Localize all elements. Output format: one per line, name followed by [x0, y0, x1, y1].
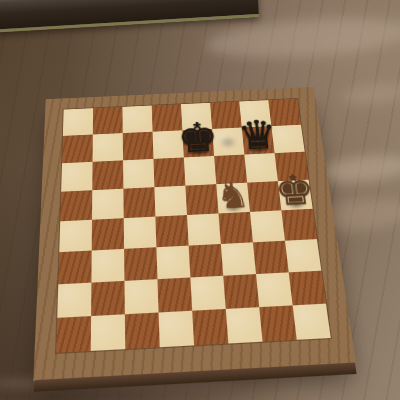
- square-d4[interactable]: [155, 215, 188, 247]
- square-a5[interactable]: [60, 190, 92, 221]
- square-a7[interactable]: [62, 134, 93, 163]
- square-h5[interactable]: ♚: [278, 180, 313, 211]
- square-b2[interactable]: [91, 281, 125, 316]
- square-f1[interactable]: [226, 307, 263, 343]
- square-c3[interactable]: [124, 247, 157, 281]
- square-c4[interactable]: [124, 217, 157, 249]
- square-e5[interactable]: [185, 184, 218, 215]
- square-c5[interactable]: [123, 187, 155, 218]
- square-f2[interactable]: [223, 274, 259, 309]
- square-e7[interactable]: ♚: [182, 129, 214, 158]
- square-e3[interactable]: [189, 244, 224, 277]
- square-h2[interactable]: [289, 271, 326, 306]
- board-grid: ♚♛♞♚: [56, 99, 331, 353]
- square-h3[interactable]: [285, 239, 321, 272]
- square-b6[interactable]: [92, 160, 123, 190]
- square-a1[interactable]: [56, 316, 91, 353]
- square-h1[interactable]: [293, 304, 331, 340]
- square-a3[interactable]: [58, 251, 91, 285]
- chess-board: ♚♛♞♚: [33, 87, 356, 381]
- square-c6[interactable]: [123, 159, 154, 189]
- square-b7[interactable]: [93, 133, 123, 162]
- square-d3[interactable]: [156, 246, 190, 280]
- square-a6[interactable]: [61, 162, 92, 192]
- square-f4[interactable]: [219, 212, 253, 244]
- square-a8[interactable]: [63, 108, 93, 136]
- square-b8[interactable]: [93, 107, 123, 135]
- square-b4[interactable]: [92, 218, 124, 250]
- square-c2[interactable]: [124, 279, 158, 314]
- square-g4[interactable]: [250, 210, 285, 242]
- square-b1[interactable]: [91, 314, 126, 351]
- square-c1[interactable]: [125, 312, 160, 349]
- square-g1[interactable]: [259, 305, 296, 341]
- board-border: ♚♛♞♚: [33, 87, 356, 381]
- square-f5[interactable]: ♞: [216, 183, 250, 214]
- square-e2[interactable]: [190, 276, 225, 311]
- square-b5[interactable]: [92, 189, 124, 220]
- square-a4[interactable]: [59, 220, 92, 252]
- square-g3[interactable]: [253, 241, 289, 274]
- square-d5[interactable]: [154, 186, 187, 217]
- square-e1[interactable]: [192, 309, 228, 345]
- square-b3[interactable]: [91, 249, 124, 283]
- square-g7[interactable]: ♛: [242, 126, 275, 154]
- black-king[interactable]: ♚: [177, 116, 220, 158]
- white-king[interactable]: ♚: [273, 169, 317, 212]
- square-d1[interactable]: [159, 311, 195, 348]
- square-a2[interactable]: [57, 283, 91, 318]
- square-e4[interactable]: [187, 213, 221, 245]
- square-g2[interactable]: [256, 272, 293, 307]
- white-knight[interactable]: ♞: [215, 177, 251, 213]
- square-c8[interactable]: [122, 106, 152, 134]
- black-queen[interactable]: ♛: [236, 114, 279, 155]
- square-c7[interactable]: [123, 132, 154, 161]
- square-f3[interactable]: [221, 242, 256, 275]
- square-d2[interactable]: [157, 277, 192, 312]
